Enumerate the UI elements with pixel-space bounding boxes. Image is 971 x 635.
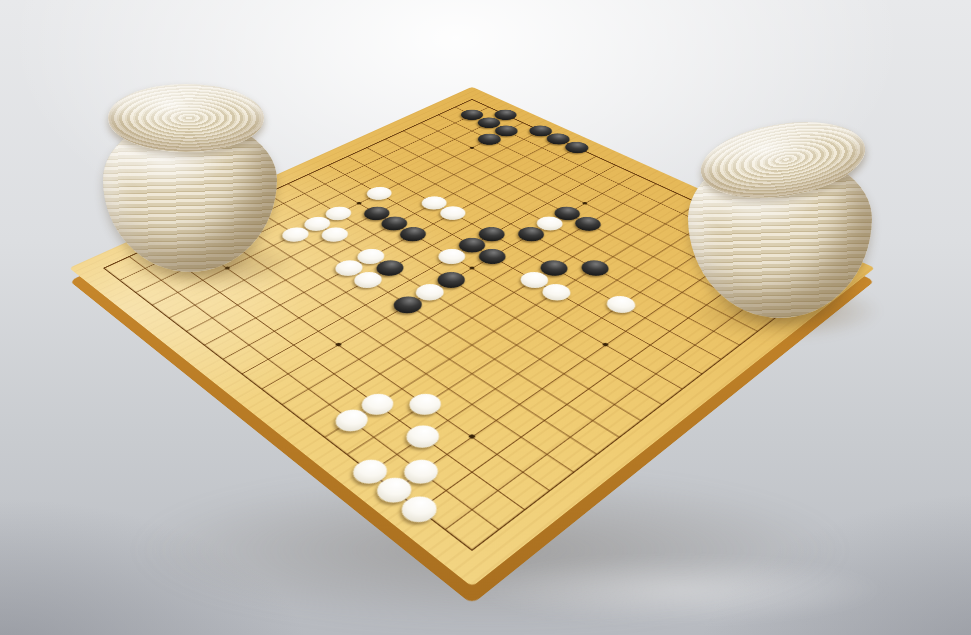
black-stone: ● [576,257,614,279]
star-point [334,342,342,347]
white-stone: ○ [395,492,444,528]
star-point [582,201,589,204]
white-stone: ○ [329,405,374,436]
star-point [469,146,475,149]
white-stone: ○ [398,455,445,489]
left-bowl-lid [108,84,264,152]
white-stone: ○ [347,455,394,489]
star-point [602,342,610,347]
star-point [356,201,363,204]
left-stone-bowl [100,84,280,274]
white-stone: ○ [402,390,446,420]
white-stone: ○ [536,281,575,304]
floor-reflection [470,555,890,625]
right-stone-bowl [686,124,876,320]
scene-background: ●●●●●●●●●●●●●●●●●●●●●●○○○○○○○○○○○○○○○○○○… [0,0,971,635]
white-stone: ○ [515,269,554,292]
white-stone: ○ [601,293,641,317]
white-stone: ○ [400,421,446,453]
white-stone: ○ [410,281,449,304]
star-point [468,434,476,440]
white-stone: ○ [355,390,399,420]
white-stone: ○ [370,473,418,508]
white-stone: ○ [362,184,397,202]
black-stone: ● [388,293,428,317]
star-point [468,266,475,270]
black-stone: ● [432,269,471,292]
white-stone: ○ [349,269,388,292]
black-stone: ● [535,257,573,279]
